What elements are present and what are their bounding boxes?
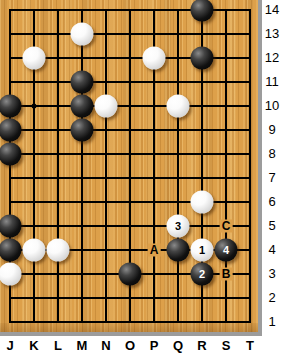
grid-line (9, 177, 251, 179)
row-label-4: 4 (260, 243, 284, 257)
stone-black-J8 (0, 143, 22, 166)
column-label-S: S (217, 339, 235, 353)
stone-black-R3: 2 (191, 263, 214, 286)
move-number: 2 (199, 269, 205, 280)
star-point (32, 104, 37, 109)
grid-line (9, 153, 251, 155)
row-label-11: 11 (260, 75, 284, 89)
column-label-R: R (193, 339, 211, 353)
row-label-10: 10 (260, 99, 284, 113)
row-label-7: 7 (260, 171, 284, 185)
stone-black-M11 (71, 71, 94, 94)
row-label-3: 3 (260, 267, 284, 281)
marker-C: C (220, 220, 233, 233)
go-diagram: 3142ABC JKLMNOPQRST1413121110987654321 (0, 0, 284, 356)
column-label-P: P (145, 339, 163, 353)
grid-line (9, 129, 251, 131)
stone-white-Q10 (167, 95, 190, 118)
column-label-L: L (49, 339, 67, 353)
move-number: 4 (223, 245, 229, 256)
row-label-5: 5 (260, 219, 284, 233)
grid-line (9, 9, 251, 11)
stone-black-O3 (119, 263, 142, 286)
row-label-6: 6 (260, 195, 284, 209)
column-label-Q: Q (169, 339, 187, 353)
column-label-T: T (241, 339, 259, 353)
row-label-2: 2 (260, 291, 284, 305)
marker-B: B (220, 268, 233, 281)
stone-white-R4: 1 (191, 239, 214, 262)
stone-black-M9 (71, 119, 94, 142)
grid-line (9, 81, 251, 83)
stone-black-S4: 4 (215, 239, 238, 262)
marker-A: A (148, 244, 161, 257)
stone-black-M10 (71, 95, 94, 118)
stone-white-M13 (71, 23, 94, 46)
stone-white-N10 (95, 95, 118, 118)
move-number: 1 (199, 245, 205, 256)
row-label-1: 1 (260, 315, 284, 329)
grid-line (9, 105, 251, 107)
stone-black-Q4 (167, 239, 190, 262)
column-label-N: N (97, 339, 115, 353)
column-label-O: O (121, 339, 139, 353)
stone-white-L4 (47, 239, 70, 262)
stone-black-J4 (0, 239, 22, 262)
column-label-M: M (73, 339, 91, 353)
row-label-9: 9 (260, 123, 284, 137)
stone-black-J5 (0, 215, 22, 238)
stone-white-K4 (23, 239, 46, 262)
row-label-8: 8 (260, 147, 284, 161)
stone-black-J10 (0, 95, 22, 118)
stone-black-R12 (191, 47, 214, 70)
stone-white-K12 (23, 47, 46, 70)
stone-white-P12 (143, 47, 166, 70)
row-label-13: 13 (260, 27, 284, 41)
go-board[interactable]: 3142ABC (0, 0, 258, 332)
board-edge-shadow-bottom (0, 332, 262, 336)
grid-line (9, 225, 251, 227)
stone-black-J9 (0, 119, 22, 142)
move-number: 3 (175, 221, 181, 232)
grid-line (9, 33, 251, 35)
grid-line (9, 321, 251, 323)
stone-white-J3 (0, 263, 22, 286)
grid-line (9, 201, 251, 203)
row-label-14: 14 (260, 3, 284, 17)
stone-white-R6 (191, 191, 214, 214)
column-label-K: K (25, 339, 43, 353)
stone-black-R14 (191, 0, 214, 22)
row-label-12: 12 (260, 51, 284, 65)
stone-white-Q5: 3 (167, 215, 190, 238)
grid-line (9, 297, 251, 299)
column-label-J: J (1, 339, 19, 353)
